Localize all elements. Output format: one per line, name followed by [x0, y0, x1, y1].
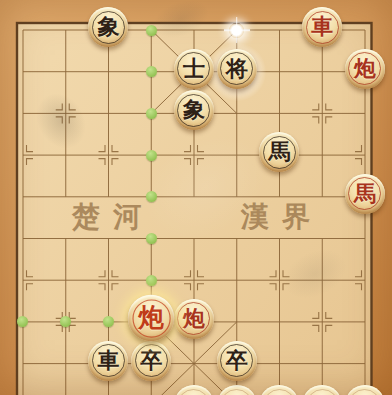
- piece-cutoff-disc[interactable]: [259, 385, 299, 395]
- highlight-orb: [229, 23, 244, 38]
- piece-black-general[interactable]: 将: [217, 49, 257, 89]
- piece-glyph: 炮: [354, 58, 376, 80]
- piece-glyph: 馬: [354, 183, 376, 205]
- piece-glyph: 車: [97, 350, 119, 372]
- piece-cutoff-disc[interactable]: [217, 385, 257, 395]
- piece-black-elephant-1[interactable]: 象: [88, 7, 128, 47]
- piece-cutoff-disc[interactable]: [302, 385, 342, 395]
- piece-glyph: 車: [311, 16, 333, 38]
- move-dot[interactable]: [146, 66, 157, 77]
- piece-black-chariot[interactable]: 車: [88, 341, 128, 381]
- piece-black-advisor[interactable]: 士: [174, 49, 214, 89]
- move-dot[interactable]: [146, 150, 157, 161]
- piece-cutoff-disc[interactable]: [174, 385, 214, 395]
- piece-red-cannon-1[interactable]: 炮: [345, 49, 385, 89]
- piece-glyph: 象: [183, 99, 205, 121]
- piece-cutoff-disc[interactable]: [345, 385, 385, 395]
- move-dot[interactable]: [103, 316, 114, 327]
- piece-red-cannon-2[interactable]: 炮: [128, 295, 174, 341]
- move-dot[interactable]: [146, 233, 157, 244]
- piece-glyph: 馬: [268, 141, 290, 163]
- piece-glyph: 卒: [140, 350, 162, 372]
- piece-black-horse[interactable]: 馬: [259, 132, 299, 172]
- board-intersections: 象車士将炮象馬馬炮炮車卒卒: [2, 9, 387, 395]
- piece-red-horse[interactable]: 馬: [345, 174, 385, 214]
- move-dot[interactable]: [146, 25, 157, 36]
- piece-glyph: 将: [226, 58, 248, 80]
- piece-black-soldier-2[interactable]: 卒: [217, 341, 257, 381]
- move-dot[interactable]: [60, 316, 71, 327]
- piece-glyph: 炮: [138, 305, 164, 331]
- xiangqi-board-screen: 楚河 漢界 象車士将炮象馬馬炮炮車卒卒: [0, 0, 392, 395]
- piece-black-elephant-2[interactable]: 象: [174, 90, 214, 130]
- piece-red-cannon-3[interactable]: 炮: [174, 299, 214, 339]
- piece-red-chariot[interactable]: 車: [302, 7, 342, 47]
- piece-glyph: 士: [183, 58, 205, 80]
- move-dot[interactable]: [146, 108, 157, 119]
- piece-glyph: 象: [97, 16, 119, 38]
- move-dot[interactable]: [17, 316, 28, 327]
- move-dot[interactable]: [146, 191, 157, 202]
- piece-black-soldier-1[interactable]: 卒: [131, 341, 171, 381]
- piece-glyph: 卒: [226, 350, 248, 372]
- move-dot[interactable]: [146, 275, 157, 286]
- piece-glyph: 炮: [183, 308, 205, 330]
